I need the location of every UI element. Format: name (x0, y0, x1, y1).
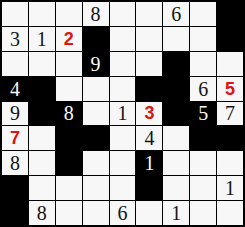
cell-r4c9[interactable]: 5 (217, 77, 243, 101)
cell-r6c1[interactable]: 7 (2, 126, 28, 150)
cell-r2c8[interactable] (190, 27, 216, 51)
cell-r1c4[interactable]: 8 (83, 2, 109, 26)
cell-r1c7[interactable]: 6 (163, 2, 189, 26)
given-digit: 7 (225, 103, 235, 123)
cell-r9c3[interactable] (56, 201, 82, 225)
cell-r5c3: 8 (56, 102, 82, 126)
cell-r5c7 (163, 102, 189, 126)
cell-r2c1[interactable]: 3 (2, 27, 28, 51)
given-digit: 6 (117, 203, 127, 223)
cell-r6c3 (56, 126, 82, 150)
cell-r1c2[interactable] (29, 2, 55, 26)
given-digit: 1 (171, 203, 181, 223)
cell-r2c3[interactable]: 2 (56, 27, 82, 51)
black-cell-digit: 5 (198, 103, 208, 123)
given-digit: 4 (144, 128, 154, 148)
cell-r9c4[interactable] (83, 201, 109, 225)
cell-r8c3[interactable] (56, 176, 82, 200)
cell-r1c5[interactable] (110, 2, 136, 26)
cell-r4c1: 4 (2, 77, 28, 101)
cell-r4c6 (136, 77, 162, 101)
cell-r7c9[interactable] (217, 151, 243, 175)
cell-r3c2[interactable] (29, 52, 55, 76)
cell-r9c6[interactable] (136, 201, 162, 225)
cell-r7c5[interactable] (110, 151, 136, 175)
cell-r3c7 (163, 52, 189, 76)
cell-r7c8[interactable] (190, 151, 216, 175)
cell-r6c6[interactable]: 4 (136, 126, 162, 150)
given-digit: 1 (225, 178, 235, 198)
cell-r3c3[interactable] (56, 52, 82, 76)
cell-r8c4[interactable] (83, 176, 109, 200)
cell-r4c4[interactable] (83, 77, 109, 101)
cell-r5c8: 5 (190, 102, 216, 126)
cell-r7c6: 1 (136, 151, 162, 175)
cell-r7c1[interactable]: 8 (2, 151, 28, 175)
cell-r6c7[interactable] (163, 126, 189, 150)
cell-r6c4 (83, 126, 109, 150)
given-digit: 6 (171, 4, 181, 24)
given-digit: 9 (10, 103, 20, 123)
given-digit: 8 (37, 203, 47, 223)
cell-r6c2[interactable] (29, 126, 55, 150)
cell-r2c4 (83, 27, 109, 51)
cell-r3c8[interactable] (190, 52, 216, 76)
cell-r3c4: 9 (83, 52, 109, 76)
cell-r8c2[interactable] (29, 176, 55, 200)
cell-r9c9[interactable] (217, 201, 243, 225)
cell-r7c2[interactable] (29, 151, 55, 175)
cell-r7c4[interactable] (83, 151, 109, 175)
cell-r9c8[interactable] (190, 201, 216, 225)
cell-r2c9 (217, 27, 243, 51)
cell-r6c5[interactable] (110, 126, 136, 150)
cell-r3c6[interactable] (136, 52, 162, 76)
red-entry-digit: 5 (225, 80, 235, 98)
cell-r4c8[interactable]: 6 (190, 77, 216, 101)
cell-r9c5[interactable]: 6 (110, 201, 136, 225)
str8ts-board: 86312946598135774811861 (0, 0, 245, 227)
cell-r5c9[interactable]: 7 (217, 102, 243, 126)
cell-r7c7[interactable] (163, 151, 189, 175)
cell-r4c7 (163, 77, 189, 101)
cell-r4c5[interactable] (110, 77, 136, 101)
cell-r8c5[interactable] (110, 176, 136, 200)
cell-r9c1 (2, 201, 28, 225)
given-digit: 8 (10, 153, 20, 173)
given-digit: 1 (37, 29, 47, 49)
cell-r2c6[interactable] (136, 27, 162, 51)
cell-r5c6[interactable]: 3 (136, 102, 162, 126)
red-entry-digit: 3 (144, 104, 154, 122)
cell-r5c5[interactable]: 1 (110, 102, 136, 126)
cell-r2c2[interactable]: 1 (29, 27, 55, 51)
cell-r5c4[interactable] (83, 102, 109, 126)
cell-r1c3[interactable] (56, 2, 82, 26)
cell-r4c2 (29, 77, 55, 101)
red-entry-digit: 2 (64, 30, 74, 48)
cell-r8c7[interactable] (163, 176, 189, 200)
cell-r4c3[interactable] (56, 77, 82, 101)
black-cell-digit: 1 (144, 153, 154, 173)
cell-r2c7[interactable] (163, 27, 189, 51)
cell-r5c2 (29, 102, 55, 126)
cell-r7c3 (56, 151, 82, 175)
cell-r5c1[interactable]: 9 (2, 102, 28, 126)
black-cell-digit: 9 (91, 54, 101, 74)
given-digit: 1 (117, 103, 127, 123)
cell-r1c9 (217, 2, 243, 26)
cell-r3c9[interactable] (217, 52, 243, 76)
cell-r2c5[interactable] (110, 27, 136, 51)
cell-r9c2[interactable]: 8 (29, 201, 55, 225)
cell-r3c1[interactable] (2, 52, 28, 76)
cell-r3c5[interactable] (110, 52, 136, 76)
cell-r9c7[interactable]: 1 (163, 201, 189, 225)
given-digit: 8 (91, 4, 101, 24)
black-cell-digit: 8 (64, 103, 74, 123)
cell-r8c1 (2, 176, 28, 200)
cell-r1c1[interactable] (2, 2, 28, 26)
cell-r8c6 (136, 176, 162, 200)
cell-r1c6[interactable] (136, 2, 162, 26)
cell-r6c8 (190, 126, 216, 150)
red-entry-digit: 7 (10, 129, 20, 147)
black-cell-digit: 4 (10, 79, 20, 99)
cell-r8c8[interactable] (190, 176, 216, 200)
cell-r8c9[interactable]: 1 (217, 176, 243, 200)
given-digit: 3 (10, 29, 20, 49)
cell-r1c8[interactable] (190, 2, 216, 26)
given-digit: 6 (198, 79, 208, 99)
cell-r6c9 (217, 126, 243, 150)
